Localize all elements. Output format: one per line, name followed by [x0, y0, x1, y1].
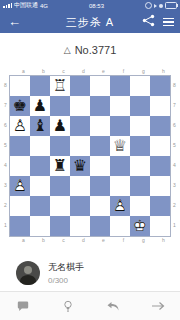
next-arrow-icon	[151, 301, 165, 311]
square-e4[interactable]	[90, 156, 110, 176]
square-b5[interactable]	[30, 136, 50, 156]
square-g1[interactable]: ♚♔	[130, 216, 150, 236]
puzzle-number: No.3771	[75, 44, 117, 56]
square-g3[interactable]	[130, 176, 150, 196]
square-e2[interactable]	[90, 196, 110, 216]
chess-board[interactable]: abcdefgh 87654321 ♜♖♚♟♟♙♝♟♛♕♜♛♟♙♟♙♚♔ 876…	[0, 68, 180, 244]
menu-icon[interactable]	[163, 18, 174, 27]
black-pawn[interactable]: ♟	[50, 116, 70, 136]
square-b8[interactable]	[30, 76, 50, 96]
square-h6[interactable]	[150, 116, 170, 136]
location-icon	[154, 4, 157, 8]
hint-bulb-icon	[62, 300, 74, 313]
square-f2[interactable]: ♟♙	[110, 196, 130, 216]
black-bishop[interactable]: ♝	[30, 116, 50, 136]
square-g7[interactable]	[130, 96, 150, 116]
side-to-move-icon: △	[64, 45, 71, 55]
square-e5[interactable]	[90, 136, 110, 156]
square-b4[interactable]	[30, 156, 50, 176]
square-f7[interactable]	[110, 96, 130, 116]
signal-icon	[3, 3, 12, 8]
black-queen[interactable]: ♛	[70, 156, 90, 176]
square-b3[interactable]	[30, 176, 50, 196]
square-h7[interactable]	[150, 96, 170, 116]
square-b2[interactable]	[30, 196, 50, 216]
white-queen[interactable]: ♛♕	[110, 136, 130, 156]
square-d8[interactable]	[70, 76, 90, 96]
nav-bar: 三步杀 A ←	[0, 11, 180, 33]
carrier-label: 中国联通	[14, 1, 38, 10]
square-c5[interactable]	[50, 136, 70, 156]
square-c4[interactable]: ♜	[50, 156, 70, 176]
puzzle-title: △ No.3771	[0, 33, 180, 67]
board-grid[interactable]: ♜♖♚♟♟♙♝♟♛♕♜♛♟♙♟♙♚♔	[9, 75, 171, 237]
bottom-toolbar	[0, 291, 180, 320]
player-name: 无名棋手	[48, 261, 84, 274]
square-f1[interactable]	[110, 216, 130, 236]
white-king[interactable]: ♚♔	[130, 216, 150, 236]
white-pawn[interactable]: ♟♙	[110, 196, 130, 216]
rank-labels-right: 87654321	[171, 75, 178, 237]
square-a1[interactable]	[10, 216, 30, 236]
mute-icon	[159, 4, 163, 8]
hint-button[interactable]	[45, 292, 90, 320]
undo-arrow-icon	[106, 301, 120, 312]
white-pawn[interactable]: ♟♙	[10, 176, 30, 196]
square-c8[interactable]: ♜♖	[50, 76, 70, 96]
square-h4[interactable]	[150, 156, 170, 176]
square-a2[interactable]	[10, 196, 30, 216]
square-h5[interactable]	[150, 136, 170, 156]
square-e8[interactable]	[90, 76, 110, 96]
file-labels-bottom: abcdefgh	[14, 237, 174, 244]
square-a4[interactable]	[10, 156, 30, 176]
file-labels-top: abcdefgh	[14, 68, 174, 75]
square-c3[interactable]	[50, 176, 70, 196]
square-c2[interactable]	[50, 196, 70, 216]
player-section: 无名棋手 0/300	[0, 256, 180, 290]
network-label: 4G	[40, 3, 48, 9]
undo-button[interactable]	[90, 292, 135, 320]
square-g4[interactable]	[130, 156, 150, 176]
square-g5[interactable]	[130, 136, 150, 156]
square-d6[interactable]	[70, 116, 90, 136]
player-score: 0/300	[48, 276, 84, 285]
square-f5[interactable]: ♛♕	[110, 136, 130, 156]
square-a3[interactable]: ♟♙	[10, 176, 30, 196]
square-f4[interactable]	[110, 156, 130, 176]
rank-labels-left: 87654321	[2, 75, 9, 237]
black-pawn[interactable]: ♟	[30, 96, 50, 116]
next-button[interactable]	[135, 292, 180, 320]
square-g6[interactable]	[130, 116, 150, 136]
square-g2[interactable]	[130, 196, 150, 216]
square-h1[interactable]	[150, 216, 170, 236]
square-h2[interactable]	[150, 196, 170, 216]
square-d5[interactable]	[70, 136, 90, 156]
square-d2[interactable]	[70, 196, 90, 216]
square-f6[interactable]	[110, 116, 130, 136]
battery-icon	[165, 2, 177, 9]
square-e3[interactable]	[90, 176, 110, 196]
alarm-icon	[145, 2, 152, 9]
square-g8[interactable]	[130, 76, 150, 96]
square-a5[interactable]	[10, 136, 30, 156]
square-e1[interactable]	[90, 216, 110, 236]
black-rook[interactable]: ♜	[50, 156, 70, 176]
share-icon[interactable]	[142, 13, 155, 31]
square-e7[interactable]	[90, 96, 110, 116]
square-f3[interactable]	[110, 176, 130, 196]
square-b7[interactable]: ♟	[30, 96, 50, 116]
square-h3[interactable]	[150, 176, 170, 196]
square-b1[interactable]	[30, 216, 50, 236]
square-a8[interactable]	[10, 76, 30, 96]
square-d3[interactable]	[70, 176, 90, 196]
white-rook[interactable]: ♜♖	[50, 76, 70, 96]
square-c7[interactable]	[50, 96, 70, 116]
comment-icon	[17, 300, 29, 312]
square-d1[interactable]	[70, 216, 90, 236]
status-bar: 中国联通 4G 08:53	[0, 0, 180, 11]
black-king[interactable]: ♚	[10, 96, 30, 116]
square-c1[interactable]	[50, 216, 70, 236]
square-e6[interactable]	[90, 116, 110, 136]
white-pawn[interactable]: ♟♙	[10, 116, 30, 136]
square-a6[interactable]: ♟♙	[10, 116, 30, 136]
square-d7[interactable]	[70, 96, 90, 116]
square-f8[interactable]	[110, 76, 130, 96]
square-c6[interactable]: ♟	[50, 116, 70, 136]
square-a7[interactable]: ♚	[10, 96, 30, 116]
clock-label: 08:53	[89, 3, 104, 9]
square-d4[interactable]: ♛	[70, 156, 90, 176]
square-h8[interactable]	[150, 76, 170, 96]
avatar[interactable]	[16, 261, 40, 285]
square-b6[interactable]: ♝	[30, 116, 50, 136]
app-screen: 中国联通 4G 08:53 三步杀 A ←	[0, 0, 180, 320]
comment-button[interactable]	[0, 292, 45, 320]
